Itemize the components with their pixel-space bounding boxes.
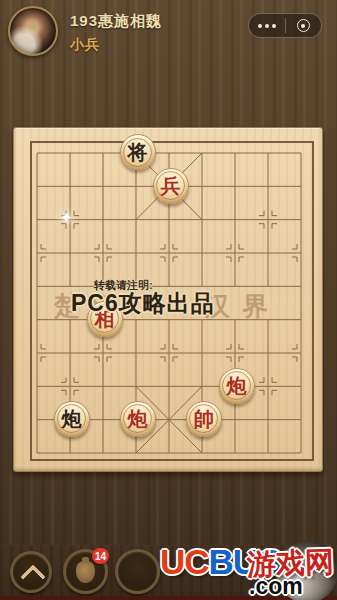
piece-red-general[interactable]: 帥 (186, 401, 222, 437)
level-title: 193惠施相魏 (70, 12, 162, 31)
header: 193惠施相魏 小兵 (0, 0, 337, 64)
bottom-edge-strip (0, 596, 337, 600)
rank-label: 小兵 (70, 36, 100, 54)
piece-glyph: 帥 (194, 409, 214, 429)
piece-black-general[interactable]: 将 (120, 134, 156, 170)
money-bag-icon (76, 561, 95, 583)
piece-glyph: 炮 (62, 409, 82, 429)
chevron-up-icon (20, 564, 45, 589)
piece-glyph: 炮 (128, 409, 148, 429)
close-circle-icon (297, 19, 310, 32)
hint-count-badge: 14 (92, 548, 109, 564)
more-dots-icon (258, 24, 276, 28)
watermark-brand: PC6攻略出品 (71, 288, 215, 319)
hint-bag-button[interactable]: 14 (63, 549, 108, 594)
piece-black-cannon[interactable]: 炮 (54, 401, 90, 437)
collapse-button[interactable] (10, 551, 52, 593)
sparkle-icon: ✦ (60, 209, 73, 227)
close-button[interactable] (286, 14, 322, 37)
piece-red-soldier[interactable]: 兵 (153, 168, 189, 204)
piece-glyph: 炮 (227, 376, 247, 396)
piece-glyph: 兵 (161, 176, 181, 196)
extra-button[interactable] (115, 549, 160, 594)
more-button[interactable] (249, 14, 285, 37)
player-avatar (8, 6, 58, 56)
wechat-capsule (248, 13, 322, 38)
piece-red-cannon[interactable]: 炮 (219, 368, 255, 404)
piece-glyph: 将 (128, 142, 148, 162)
piece-red-cannon[interactable]: 炮 (120, 401, 156, 437)
